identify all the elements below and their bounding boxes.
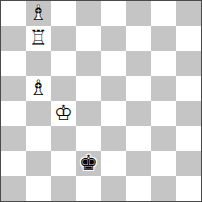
square-a1[interactable] xyxy=(1,176,26,201)
square-b5[interactable]: ♝♗ xyxy=(26,76,51,101)
square-b3[interactable] xyxy=(26,126,51,151)
square-h4[interactable] xyxy=(176,101,201,126)
square-d2[interactable]: ♚ xyxy=(76,151,101,176)
square-h8[interactable] xyxy=(176,1,201,26)
square-f6[interactable] xyxy=(126,51,151,76)
square-g3[interactable] xyxy=(151,126,176,151)
square-d7[interactable] xyxy=(76,26,101,51)
square-f5[interactable] xyxy=(126,76,151,101)
square-g4[interactable] xyxy=(151,101,176,126)
square-c8[interactable] xyxy=(51,1,76,26)
square-b4[interactable] xyxy=(26,101,51,126)
square-f1[interactable] xyxy=(126,176,151,201)
white-bishop-piece[interactable]: ♝♗ xyxy=(26,1,51,26)
square-e5[interactable] xyxy=(101,76,126,101)
white-bishop-piece[interactable]: ♝♗ xyxy=(26,76,51,101)
black-king-piece[interactable]: ♚ xyxy=(76,151,101,176)
square-c1[interactable] xyxy=(51,176,76,201)
square-b7[interactable]: ♜♖ xyxy=(26,26,51,51)
square-f7[interactable] xyxy=(126,26,151,51)
square-a7[interactable] xyxy=(1,26,26,51)
white-king-piece[interactable]: ♚♔ xyxy=(51,101,76,126)
square-g1[interactable] xyxy=(151,176,176,201)
square-g5[interactable] xyxy=(151,76,176,101)
square-d6[interactable] xyxy=(76,51,101,76)
white-rook-glyph-outline: ♖ xyxy=(26,26,51,51)
square-c4[interactable]: ♚♔ xyxy=(51,101,76,126)
square-h3[interactable] xyxy=(176,126,201,151)
square-a3[interactable] xyxy=(1,126,26,151)
square-c2[interactable] xyxy=(51,151,76,176)
square-f2[interactable] xyxy=(126,151,151,176)
square-g2[interactable] xyxy=(151,151,176,176)
white-bishop-glyph-outline: ♗ xyxy=(26,76,51,101)
square-a5[interactable] xyxy=(1,76,26,101)
square-d1[interactable] xyxy=(76,176,101,201)
chess-board: ♝♗♜♖♝♗♚♔♚ xyxy=(0,0,202,202)
black-king-glyph: ♚ xyxy=(76,151,101,176)
white-bishop-glyph-outline: ♗ xyxy=(26,1,51,26)
square-c6[interactable] xyxy=(51,51,76,76)
square-e3[interactable] xyxy=(101,126,126,151)
square-e2[interactable] xyxy=(101,151,126,176)
square-h2[interactable] xyxy=(176,151,201,176)
square-g8[interactable] xyxy=(151,1,176,26)
square-h1[interactable] xyxy=(176,176,201,201)
square-f3[interactable] xyxy=(126,126,151,151)
square-b6[interactable] xyxy=(26,51,51,76)
square-b8[interactable]: ♝♗ xyxy=(26,1,51,26)
square-h6[interactable] xyxy=(176,51,201,76)
square-d4[interactable] xyxy=(76,101,101,126)
square-f8[interactable] xyxy=(126,1,151,26)
square-e6[interactable] xyxy=(101,51,126,76)
square-g6[interactable] xyxy=(151,51,176,76)
square-d8[interactable] xyxy=(76,1,101,26)
square-h7[interactable] xyxy=(176,26,201,51)
square-d3[interactable] xyxy=(76,126,101,151)
square-g7[interactable] xyxy=(151,26,176,51)
white-king-glyph-outline: ♔ xyxy=(51,101,76,126)
square-d5[interactable] xyxy=(76,76,101,101)
square-h5[interactable] xyxy=(176,76,201,101)
square-b2[interactable] xyxy=(26,151,51,176)
square-f4[interactable] xyxy=(126,101,151,126)
square-e4[interactable] xyxy=(101,101,126,126)
white-rook-piece[interactable]: ♜♖ xyxy=(26,26,51,51)
square-e1[interactable] xyxy=(101,176,126,201)
square-a6[interactable] xyxy=(1,51,26,76)
square-a4[interactable] xyxy=(1,101,26,126)
square-c5[interactable] xyxy=(51,76,76,101)
square-b1[interactable] xyxy=(26,176,51,201)
square-a2[interactable] xyxy=(1,151,26,176)
square-c3[interactable] xyxy=(51,126,76,151)
square-e8[interactable] xyxy=(101,1,126,26)
square-e7[interactable] xyxy=(101,26,126,51)
square-c7[interactable] xyxy=(51,26,76,51)
square-a8[interactable] xyxy=(1,1,26,26)
